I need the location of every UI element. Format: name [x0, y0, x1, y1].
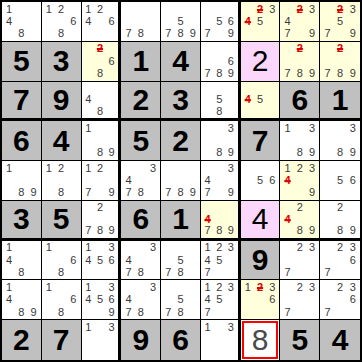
candidate-3: 3: [225, 122, 237, 134]
candidate-1: 1: [43, 162, 55, 174]
candidate-9: 9: [106, 147, 118, 159]
candidate-1: 1: [43, 3, 55, 15]
candidate-6: 6: [67, 15, 79, 27]
cell-r4c7[interactable]: 7: [241, 121, 281, 161]
candidate-8: 8: [55, 266, 67, 278]
cell-r4c9[interactable]: 389: [320, 121, 360, 161]
cell-r1c2[interactable]: 1268: [42, 2, 82, 42]
cell-r2c1[interactable]: 5: [2, 42, 42, 82]
candidates: 12349: [281, 162, 318, 199]
candidate-5: 5: [174, 254, 186, 266]
cell-r3c5[interactable]: 3: [161, 82, 201, 122]
candidate-3: 3: [147, 242, 159, 254]
cell-r7c6[interactable]: 123457: [201, 241, 241, 281]
candidate-9: 9: [187, 28, 199, 40]
candidate-8: 8: [15, 266, 27, 278]
cell-r9c3[interactable]: 13: [82, 320, 122, 360]
cell-r1c7[interactable]: 2345: [241, 2, 281, 42]
candidate-1: 1: [3, 281, 15, 293]
candidate-4-eliminated: 4: [281, 174, 293, 186]
candidate-1: 1: [83, 281, 95, 293]
candidate-5: 5: [174, 15, 186, 27]
candidate-2: 2: [294, 281, 306, 293]
candidate-9: 9: [346, 225, 359, 237]
candidate-2-eliminated: 2: [294, 3, 306, 15]
candidate-8: 8: [135, 306, 147, 318]
cell-r8c5[interactable]: 578: [161, 280, 201, 320]
candidates: 2345: [242, 3, 279, 40]
cell-r8c7[interactable]: 1236: [241, 280, 281, 320]
cell-r6c9[interactable]: 289: [320, 201, 360, 241]
candidate-7: 7: [202, 67, 214, 79]
candidate-3: 3: [306, 3, 318, 15]
cell-r2c5[interactable]: 4: [161, 42, 201, 82]
candidates: 1268: [43, 3, 80, 40]
candidate-8: 8: [15, 187, 27, 199]
cell-r9c8[interactable]: 5: [280, 320, 320, 360]
candidate-1: 1: [83, 242, 95, 254]
cell-r3c9[interactable]: 1: [320, 82, 360, 122]
candidate-5: 5: [94, 254, 106, 266]
cell-r6c4[interactable]: 6: [121, 201, 161, 241]
candidate-7: 7: [83, 225, 95, 237]
cell-r1c4[interactable]: 78: [121, 2, 161, 42]
cell-r7c1[interactable]: 148: [2, 241, 42, 281]
candidate-1: 1: [3, 3, 15, 15]
candidate-1: 1: [281, 122, 293, 134]
cell-r2c6[interactable]: 6789: [201, 42, 241, 82]
candidates: 123457: [202, 281, 237, 318]
candidate-9: 9: [106, 306, 118, 318]
candidate-5: 5: [213, 94, 225, 106]
cell-r1c3[interactable]: 1246: [82, 2, 122, 42]
candidate-8: 8: [213, 106, 225, 118]
candidate-1: 1: [3, 162, 15, 174]
candidate-2: 2: [334, 202, 347, 214]
candidate-5: 5: [213, 294, 225, 306]
candidate-8: 8: [94, 225, 106, 237]
candidate-9: 9: [225, 225, 237, 237]
cell-r9c9[interactable]: 4: [320, 320, 360, 360]
candidate-7: 7: [202, 266, 214, 278]
candidate-8: 8: [294, 67, 306, 79]
candidates: 148: [3, 242, 40, 279]
candidate-2: 2: [94, 3, 106, 15]
candidate-3: 3: [306, 281, 318, 293]
cell-r3c7[interactable]: 45: [241, 82, 281, 122]
candidate-8: 8: [94, 67, 106, 79]
cell-r9c7[interactable]: 8: [241, 320, 281, 360]
candidates: 5789: [162, 3, 199, 40]
candidate-7: 7: [281, 266, 293, 278]
cell-r8c9[interactable]: 2367: [320, 280, 360, 320]
cell-r8c2[interactable]: 168: [42, 280, 82, 320]
candidates: 1236: [242, 281, 279, 318]
candidate-8: 8: [135, 28, 147, 40]
candidate-8: 8: [135, 266, 147, 278]
candidate-4: 4: [281, 15, 293, 27]
candidates: 6789: [202, 43, 237, 80]
cell-r6c1[interactable]: 3: [2, 201, 42, 241]
cell-r5c8[interactable]: 12349: [280, 161, 320, 201]
candidate-4-eliminated: 4: [242, 94, 254, 106]
candidate-4: 4: [3, 294, 15, 306]
candidates: 123457: [202, 242, 237, 279]
candidates: 2489: [281, 202, 318, 237]
candidate-5: 5: [254, 174, 266, 186]
cell-value: 9: [132, 325, 149, 355]
candidate-8: 8: [294, 147, 306, 159]
candidates: 13456: [83, 242, 118, 279]
candidate-8: 8: [55, 28, 67, 40]
candidate-1: 1: [202, 242, 214, 254]
candidate-4: 4: [202, 254, 214, 266]
candidate-6: 6: [67, 294, 79, 306]
cell-value: 4: [252, 204, 269, 234]
candidates: 289: [321, 202, 359, 237]
cell-r7c5[interactable]: 578: [161, 241, 201, 281]
cell-r7c3[interactable]: 13456: [82, 241, 122, 281]
candidates: 3479: [202, 162, 237, 199]
candidate-8: 8: [55, 306, 67, 318]
candidate-2-eliminated: 2: [334, 3, 347, 15]
cell-r4c3[interactable]: 189: [82, 121, 122, 161]
candidate-4: 4: [122, 174, 134, 186]
candidate-7: 7: [202, 306, 214, 318]
cell-r3c2[interactable]: 9: [42, 82, 82, 122]
candidate-3: 3: [225, 321, 237, 334]
cell-r9c6[interactable]: 13: [201, 320, 241, 360]
candidates: 789: [162, 162, 199, 199]
cell-r7c7[interactable]: 9: [241, 241, 281, 281]
candidate-7: 7: [122, 266, 134, 278]
cell-r1c8[interactable]: 23479: [280, 2, 320, 42]
candidates: 58: [202, 83, 237, 118]
candidate-9: 9: [225, 147, 237, 159]
candidate-5: 5: [334, 174, 347, 186]
cell-r4c4[interactable]: 5: [121, 121, 161, 161]
candidate-4-eliminated: 4: [281, 213, 293, 225]
cell-r1c9[interactable]: 23579: [320, 2, 360, 42]
candidate-4: 4: [202, 294, 214, 306]
candidate-2: 2: [294, 202, 306, 214]
cell-r7c9[interactable]: 2367: [320, 241, 360, 281]
candidate-4: 4: [3, 15, 15, 27]
cell-r8c1[interactable]: 1489: [2, 280, 42, 320]
cell-r6c6[interactable]: 4789: [201, 201, 241, 241]
candidates: 13: [202, 321, 237, 359]
candidate-5: 5: [94, 294, 106, 306]
cell-r9c5[interactable]: 6: [161, 320, 201, 360]
cell-r4c6[interactable]: 389: [201, 121, 241, 161]
candidates: 45: [242, 83, 279, 118]
candidate-6: 6: [225, 55, 237, 67]
candidate-7: 7: [281, 306, 293, 318]
candidate-5: 5: [254, 94, 266, 106]
candidate-6: 6: [346, 294, 359, 306]
candidate-8: 8: [334, 225, 347, 237]
candidates: 128: [43, 162, 80, 199]
candidate-3: 3: [147, 162, 159, 174]
candidate-3: 3: [346, 281, 359, 293]
candidate-3: 3: [106, 281, 118, 293]
candidate-7: 7: [202, 28, 214, 40]
candidate-3: 3: [306, 162, 318, 174]
candidate-9: 9: [187, 187, 199, 199]
candidates: 2367: [321, 281, 359, 318]
candidate-6: 6: [106, 294, 118, 306]
candidate-6: 6: [266, 174, 278, 186]
candidate-3: 3: [106, 321, 118, 334]
cell-r5c5[interactable]: 789: [161, 161, 201, 201]
cell-r6c3[interactable]: 2789: [82, 201, 122, 241]
candidate-3: 3: [225, 162, 237, 174]
cell-value: 9: [53, 85, 70, 115]
candidate-7: 7: [321, 306, 334, 318]
candidate-7: 7: [162, 187, 174, 199]
candidate-8: 8: [55, 187, 67, 199]
candidate-7: 7: [122, 187, 134, 199]
cell-r6c5[interactable]: 1: [161, 201, 201, 241]
candidates: 189: [83, 122, 118, 159]
candidates: 389: [321, 122, 359, 159]
cell-r7c8[interactable]: 237: [280, 241, 320, 281]
candidate-6: 6: [346, 174, 359, 186]
candidate-5: 5: [174, 294, 186, 306]
cell-r2c7[interactable]: 2: [241, 42, 281, 82]
cell-r5c6[interactable]: 3479: [201, 161, 241, 201]
candidate-1: 1: [242, 281, 254, 293]
candidate-8: 8: [94, 106, 106, 118]
candidates: 1279: [83, 162, 118, 199]
candidate-7: 7: [202, 225, 214, 237]
candidate-2-eliminated: 2: [94, 43, 106, 55]
cell-value: 1: [132, 46, 149, 76]
candidates: 13: [83, 321, 118, 359]
cell-value: 4: [332, 325, 349, 355]
candidates: 23479: [281, 3, 318, 40]
candidates: 134569: [83, 281, 118, 318]
cell-value: 2: [13, 325, 30, 355]
cell-value: 6: [291, 85, 308, 115]
candidates: 3478: [122, 281, 159, 318]
candidate-8: 8: [174, 306, 186, 318]
cell-r4c5[interactable]: 2: [161, 121, 201, 161]
candidates: 48: [83, 83, 118, 118]
candidate-9: 9: [306, 225, 318, 237]
cell-r2c8[interactable]: 2789: [280, 42, 320, 82]
candidates: 237: [281, 242, 318, 279]
candidate-5: 5: [213, 15, 225, 27]
candidate-4: 4: [83, 94, 95, 106]
cell-r2c4[interactable]: 1: [121, 42, 161, 82]
cell-r7c4[interactable]: 3478: [121, 241, 161, 281]
candidate-8: 8: [15, 306, 27, 318]
candidate-2-eliminated: 2: [254, 281, 266, 293]
candidate-1: 1: [43, 281, 55, 293]
candidate-8: 8: [174, 266, 186, 278]
cell-r2c2[interactable]: 3: [42, 42, 82, 82]
cell-value: 3: [13, 204, 30, 234]
candidate-6: 6: [266, 294, 278, 306]
cell-r6c7[interactable]: 4: [241, 201, 281, 241]
candidates: 23579: [321, 3, 359, 40]
cell-r8c3[interactable]: 134569: [82, 280, 122, 320]
candidate-1: 1: [83, 321, 95, 334]
cell-r1c1[interactable]: 148: [2, 2, 42, 42]
candidate-8: 8: [213, 147, 225, 159]
cell-r5c2[interactable]: 128: [42, 161, 82, 201]
cell-r5c9[interactable]: 56: [320, 161, 360, 201]
candidates: 56: [242, 162, 279, 199]
candidate-8: 8: [294, 225, 306, 237]
candidates: 168: [43, 242, 80, 279]
cell-r2c9[interactable]: 2789: [320, 42, 360, 82]
candidate-9: 9: [225, 67, 237, 79]
candidates: 3478: [122, 162, 159, 199]
cell-r3c3[interactable]: 48: [82, 82, 122, 122]
cell-r3c4[interactable]: 2: [121, 82, 161, 122]
candidate-9: 9: [28, 187, 40, 199]
cell-r8c4[interactable]: 3478: [121, 280, 161, 320]
candidates: 268: [83, 43, 118, 80]
candidate-1: 1: [83, 122, 95, 134]
cell-r5c7[interactable]: 56: [241, 161, 281, 201]
candidates: 56: [321, 162, 359, 199]
cell-r9c2[interactable]: 7: [42, 320, 82, 360]
candidate-1: 1: [281, 162, 293, 174]
candidates: 2789: [281, 43, 318, 80]
candidate-3: 3: [266, 281, 278, 293]
cell-value: 1: [332, 85, 349, 115]
candidate-2: 2: [334, 242, 347, 254]
cell-value: 5: [13, 46, 30, 76]
candidate-3: 3: [225, 242, 237, 254]
cell-r2c3[interactable]: 268: [82, 42, 122, 82]
candidate-6: 6: [225, 15, 237, 27]
cell-r7c2[interactable]: 168: [42, 241, 82, 281]
candidate-8: 8: [135, 187, 147, 199]
candidate-6: 6: [346, 254, 359, 266]
cell-value: 6: [13, 126, 30, 156]
candidate-9: 9: [306, 147, 318, 159]
candidate-9: 9: [28, 306, 40, 318]
candidate-8: 8: [174, 28, 186, 40]
cell-value: 4: [172, 46, 189, 76]
candidates: 148: [3, 3, 40, 40]
candidate-7: 7: [162, 266, 174, 278]
cell-r4c1[interactable]: 6: [2, 121, 42, 161]
candidate-9: 9: [106, 187, 118, 199]
candidate-9: 9: [225, 28, 237, 40]
candidate-2: 2: [213, 281, 225, 293]
candidate-3: 3: [346, 242, 359, 254]
candidate-6: 6: [106, 254, 118, 266]
candidates: 2789: [83, 202, 118, 237]
candidate-9: 9: [306, 67, 318, 79]
candidate-7: 7: [122, 28, 134, 40]
candidate-7: 7: [281, 67, 293, 79]
candidate-9: 9: [346, 28, 359, 40]
candidate-7: 7: [321, 28, 334, 40]
cell-r1c5[interactable]: 5789: [161, 2, 201, 42]
candidate-8: 8: [213, 225, 225, 237]
candidate-7: 7: [162, 306, 174, 318]
cell-r5c1[interactable]: 189: [2, 161, 42, 201]
candidate-4-eliminated: 4: [202, 213, 214, 225]
candidates: 1489: [3, 281, 40, 318]
candidate-3: 3: [147, 281, 159, 293]
sudoku-board: 1481268124678578956792345234792357953268…: [0, 0, 362, 362]
candidate-3: 3: [106, 242, 118, 254]
candidate-1: 1: [43, 242, 55, 254]
candidates: 237: [281, 281, 318, 318]
candidate-2: 2: [294, 242, 306, 254]
candidate-2: 2: [213, 242, 225, 254]
cell-r5c4[interactable]: 3478: [121, 161, 161, 201]
candidate-2: 2: [55, 3, 67, 15]
candidate-6: 6: [67, 254, 79, 266]
candidate-9: 9: [225, 187, 237, 199]
cell-r6c2[interactable]: 5: [42, 201, 82, 241]
candidate-3: 3: [225, 281, 237, 293]
cell-r3c6[interactable]: 58: [201, 82, 241, 122]
candidate-7: 7: [162, 28, 174, 40]
cell-value: 1: [172, 204, 189, 234]
candidate-9: 9: [306, 28, 318, 40]
cell-value: 7: [53, 325, 70, 355]
cell-r4c2[interactable]: 4: [42, 121, 82, 161]
candidate-6: 6: [106, 55, 118, 67]
candidate-7: 7: [202, 187, 214, 199]
cell-r9c1[interactable]: 2: [2, 320, 42, 360]
candidate-7: 7: [281, 28, 293, 40]
candidate-8: 8: [94, 147, 106, 159]
cell-value: 6: [172, 325, 189, 355]
cell-r9c4[interactable]: 9: [121, 320, 161, 360]
cell-value: 6: [132, 204, 149, 234]
candidate-3: 3: [346, 3, 359, 15]
candidates: 389: [202, 122, 237, 159]
cell-r5c3[interactable]: 1279: [82, 161, 122, 201]
cell-value: 3: [172, 85, 189, 115]
candidates: 168: [43, 281, 80, 318]
cell-r8c6[interactable]: 123457: [201, 280, 241, 320]
cell-r8c8[interactable]: 237: [280, 280, 320, 320]
cell-r4c8[interactable]: 1389: [280, 121, 320, 161]
cell-r3c8[interactable]: 6: [280, 82, 320, 122]
candidate-8: 8: [334, 67, 347, 79]
candidates: 1246: [83, 3, 118, 40]
candidate-5: 5: [254, 15, 266, 27]
candidate-2-eliminated: 2: [254, 3, 266, 15]
candidates: 4789: [202, 202, 237, 237]
candidate-7: 7: [321, 67, 334, 79]
cell-r6c8[interactable]: 2489: [280, 201, 320, 241]
candidate-2: 2: [55, 162, 67, 174]
candidate-4: 4: [83, 254, 95, 266]
candidate-8: 8: [334, 147, 347, 159]
cell-r1c6[interactable]: 5679: [201, 2, 241, 42]
candidate-3: 3: [306, 122, 318, 134]
candidate-6: 6: [106, 15, 118, 27]
candidate-5: 5: [213, 254, 225, 266]
cell-value: 7: [252, 126, 269, 156]
cell-r3c1[interactable]: 7: [2, 82, 42, 122]
candidate-1: 1: [202, 321, 214, 334]
cell-value: 5: [291, 325, 308, 355]
candidates: 5679: [202, 3, 237, 40]
